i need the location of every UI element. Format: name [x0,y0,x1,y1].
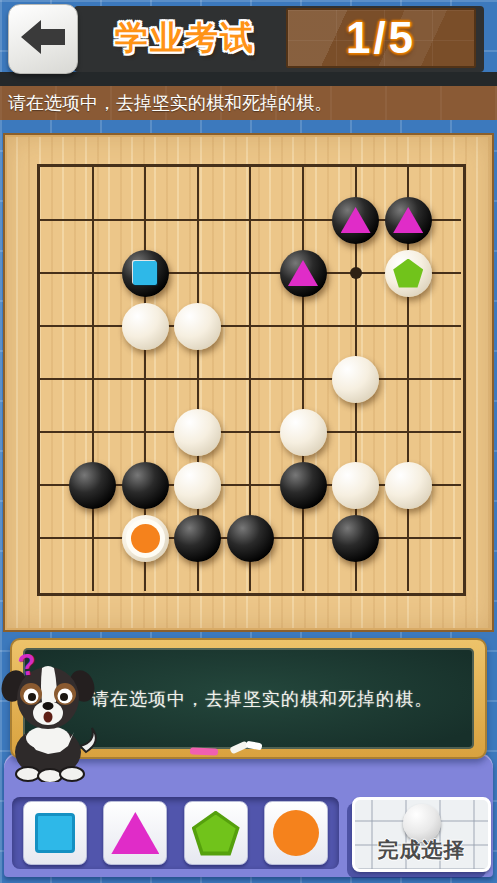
option-triangle-button[interactable] [103,801,167,865]
stone-white [122,303,169,350]
stone-white [280,409,327,456]
stone-black [280,462,327,509]
progress-badge: 1/5 [286,8,476,68]
confirm-button[interactable]: 完成选择 [352,797,491,872]
option-pentagon-button[interactable] [184,801,248,865]
chalkboard-text: 请在选项中，去掉坚实的棋和死掉的棋。 [91,687,433,711]
circle-shape-icon [273,810,319,856]
circle-marker-icon [131,524,160,553]
board-grid-line [302,167,304,591]
dog-mascot: ? [0,650,104,782]
stone-black [332,197,379,244]
stone-white [174,462,221,509]
page-title: 学业考试 [92,16,278,61]
pentagon-shape-icon [192,811,240,856]
stone-white [332,462,379,509]
stone-white [174,303,221,350]
stone-black [174,515,221,562]
confirm-label: 完成选择 [355,836,488,864]
board-grid-line [40,378,461,380]
progress-text: 1/5 [346,13,416,63]
triangle-shape-icon [111,812,159,854]
back-arrow-icon [21,18,65,60]
back-button[interactable] [8,4,78,74]
app-screen: 学业考试 1/5 请在选项中，去掉坚实的棋和死掉的棋。 请在选项中，去掉坚实的棋… [0,0,497,883]
stone-black [280,250,327,297]
pentagon-shape-icon [196,815,236,852]
go-board [3,133,494,632]
board-grid-line [40,431,461,433]
stone-black [122,250,169,297]
header-shadow-strip [0,72,497,86]
instruction-banner: 请在选项中，去掉坚实的棋和死掉的棋。 [0,86,497,120]
star-point [350,267,362,279]
dog-illustration [0,650,104,782]
stone-black [227,515,274,562]
instruction-text: 请在选项中，去掉坚实的棋和死掉的棋。 [8,91,332,115]
stone-white [385,250,432,297]
square-marker-icon [133,261,157,285]
triangle-marker-icon [288,260,318,286]
triangle-marker-icon [341,207,371,233]
stone-black [69,462,116,509]
square-shape-icon [35,813,75,853]
stone-white [174,409,221,456]
stone-black [332,515,379,562]
option-square-button[interactable] [23,801,87,865]
option-circle-button[interactable] [264,801,328,865]
stone-white [385,462,432,509]
stone-white [122,515,169,562]
pink-chalk [190,748,218,756]
stone-white [332,356,379,403]
triangle-marker-icon [393,207,423,233]
stone-black [385,197,432,244]
options-tray [12,797,339,869]
stone-black [122,462,169,509]
pentagon-marker-icon [393,259,423,288]
